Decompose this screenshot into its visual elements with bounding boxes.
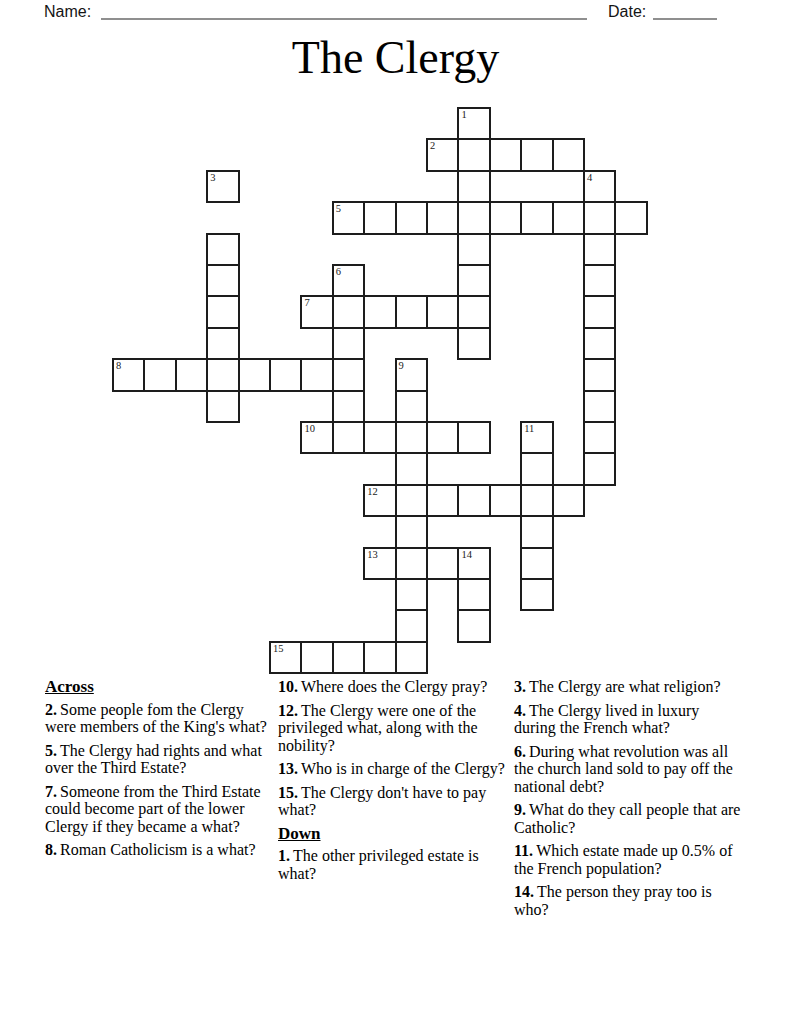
grid-cell-r7c11[interactable] bbox=[457, 327, 490, 360]
clue-down-9: 9.What do they call people that are Cath… bbox=[514, 801, 744, 836]
clue-number: 11. bbox=[514, 842, 533, 859]
grid-cell-r1c10[interactable]: 2 bbox=[426, 138, 459, 171]
grid-cell-r6c15[interactable] bbox=[583, 295, 616, 328]
grid-cell-r4c11[interactable] bbox=[457, 233, 490, 266]
grid-cell-r8c1[interactable] bbox=[143, 358, 176, 391]
clue-number: 3. bbox=[514, 678, 526, 695]
clue-text: Roman Catholicism is a what? bbox=[60, 841, 256, 858]
grid-cell-r10c7[interactable] bbox=[332, 421, 365, 454]
grid-cell-r10c13[interactable]: 11 bbox=[520, 421, 553, 454]
cell-number-8: 8 bbox=[116, 359, 121, 372]
grid-cell-r1c13[interactable] bbox=[520, 138, 553, 171]
clue-across-2: 2.Some people fom the Clergy were member… bbox=[45, 701, 269, 736]
clue-text: During what revolution was all the churc… bbox=[514, 743, 733, 795]
grid-cell-r15c11[interactable] bbox=[457, 578, 490, 611]
clue-text: Who is in charge of the Clergy? bbox=[301, 760, 505, 777]
grid-cell-r6c9[interactable] bbox=[395, 295, 428, 328]
grid-cell-r8c3[interactable] bbox=[206, 358, 239, 391]
clue-text: Which estate made up 0.5% of the French … bbox=[514, 842, 733, 877]
date-label: Date: bbox=[608, 3, 646, 21]
grid-cell-r5c11[interactable] bbox=[457, 264, 490, 297]
grid-cell-r16c9[interactable] bbox=[395, 609, 428, 642]
clue-down-11: 11.Which estate made up 0.5% of the Fren… bbox=[514, 842, 744, 877]
clue-number: 2. bbox=[45, 701, 57, 718]
grid-cell-r10c15[interactable] bbox=[583, 421, 616, 454]
grid-cell-r14c13[interactable] bbox=[520, 547, 553, 580]
grid-cell-r7c15[interactable] bbox=[583, 327, 616, 360]
cell-number-15: 15 bbox=[273, 642, 284, 655]
clue-text: The Clergy had rights and what over the … bbox=[45, 742, 262, 777]
cell-number-7: 7 bbox=[304, 296, 309, 309]
clue-down-3: 3.The Clergy are what religion? bbox=[514, 678, 744, 696]
grid-cell-r11c15[interactable] bbox=[583, 452, 616, 485]
name-blank-line[interactable] bbox=[101, 1, 587, 20]
grid-cell-r8c0[interactable]: 8 bbox=[112, 358, 145, 391]
grid-cell-r10c8[interactable] bbox=[363, 421, 396, 454]
cell-number-12: 12 bbox=[367, 485, 378, 498]
grid-cell-r8c7[interactable] bbox=[332, 358, 365, 391]
grid-cell-r10c9[interactable] bbox=[395, 421, 428, 454]
grid-cell-r3c12[interactable] bbox=[489, 201, 522, 234]
grid-cell-r3c8[interactable] bbox=[363, 201, 396, 234]
grid-cell-r14c9[interactable] bbox=[395, 547, 428, 580]
grid-cell-r5c15[interactable] bbox=[583, 264, 616, 297]
clue-number: 8. bbox=[45, 841, 57, 858]
cell-number-5: 5 bbox=[336, 202, 341, 215]
clue-text: The Clergy are what religion? bbox=[529, 678, 721, 695]
grid-cell-r10c10[interactable] bbox=[426, 421, 459, 454]
clue-down-6: 6.During what revolution was all the chu… bbox=[514, 743, 744, 796]
grid-cell-r17c7[interactable] bbox=[332, 641, 365, 674]
cell-number-14: 14 bbox=[461, 548, 472, 561]
grid-cell-r1c11[interactable] bbox=[457, 138, 490, 171]
grid-cell-r5c7[interactable]: 6 bbox=[332, 264, 365, 297]
clue-across-10: 10.Where does the Clergy pray? bbox=[278, 678, 512, 696]
grid-cell-r8c15[interactable] bbox=[583, 358, 616, 391]
grid-cell-r3c7[interactable]: 5 bbox=[332, 201, 365, 234]
clue-text: The Clergy don't have to pay what? bbox=[278, 784, 486, 819]
grid-cell-r6c3[interactable] bbox=[206, 295, 239, 328]
clue-column-1: Across 2.Some people fom the Clergy were… bbox=[45, 678, 269, 865]
cell-number-11: 11 bbox=[524, 422, 534, 435]
cell-number-2: 2 bbox=[430, 139, 435, 152]
grid-cell-r6c6[interactable]: 7 bbox=[300, 295, 333, 328]
clue-number: 6. bbox=[514, 743, 526, 760]
clue-number: 5. bbox=[45, 742, 57, 759]
clue-number: 13. bbox=[278, 760, 298, 777]
grid-cell-r6c8[interactable] bbox=[363, 295, 396, 328]
puzzle-title: The Clergy bbox=[0, 33, 791, 83]
grid-cell-r11c13[interactable] bbox=[520, 452, 553, 485]
grid-cell-r15c13[interactable] bbox=[520, 578, 553, 611]
grid-cell-r16c11[interactable] bbox=[457, 609, 490, 642]
grid-cell-r17c9[interactable] bbox=[395, 641, 428, 674]
across-heading: Across bbox=[45, 678, 269, 696]
cell-number-3: 3 bbox=[210, 171, 215, 184]
clue-down-14: 14.The person they pray too is who? bbox=[514, 883, 744, 918]
clue-column-3: 3.The Clergy are what religion? 4.The Cl… bbox=[514, 678, 744, 924]
grid-cell-r13c9[interactable] bbox=[395, 515, 428, 548]
grid-cell-r12c14[interactable] bbox=[552, 484, 585, 517]
grid-cell-r12c11[interactable] bbox=[457, 484, 490, 517]
grid-cell-r8c5[interactable] bbox=[269, 358, 302, 391]
grid-cell-r7c3[interactable] bbox=[206, 327, 239, 360]
cell-number-10: 10 bbox=[304, 422, 315, 435]
grid-cell-r12c12[interactable] bbox=[489, 484, 522, 517]
grid-cell-r6c7[interactable] bbox=[332, 295, 365, 328]
grid-cell-r1c14[interactable] bbox=[552, 138, 585, 171]
grid-cell-r9c15[interactable] bbox=[583, 390, 616, 423]
grid-cell-r10c6[interactable]: 10 bbox=[300, 421, 333, 454]
clue-number: 9. bbox=[514, 801, 526, 818]
grid-cell-r0c11[interactable]: 1 bbox=[457, 107, 490, 140]
grid-cell-r4c15[interactable] bbox=[583, 233, 616, 266]
grid-cell-r6c10[interactable] bbox=[426, 295, 459, 328]
down-heading: Down bbox=[278, 825, 512, 843]
clue-number: 4. bbox=[514, 702, 526, 719]
clue-across-5: 5.The Clergy had rights and what over th… bbox=[45, 742, 269, 777]
grid-cell-r9c3[interactable] bbox=[206, 390, 239, 423]
clue-text: The person they pray too is who? bbox=[514, 883, 712, 918]
clue-across-7: 7.Someone from the Third Estate could be… bbox=[45, 783, 269, 836]
cell-number-6: 6 bbox=[336, 265, 341, 278]
cell-number-13: 13 bbox=[367, 548, 378, 561]
grid-cell-r12c8[interactable]: 12 bbox=[363, 484, 396, 517]
clue-text: The Clergy were one of the privileged wh… bbox=[278, 702, 478, 754]
grid-cell-r12c13[interactable] bbox=[520, 484, 553, 517]
clue-number: 12. bbox=[278, 702, 298, 719]
grid-cell-r4c3[interactable] bbox=[206, 233, 239, 266]
grid-cell-r5c3[interactable] bbox=[206, 264, 239, 297]
clue-column-2: 10.Where does the Clergy pray? 12.The Cl… bbox=[278, 678, 512, 888]
grid-cell-r1c12[interactable] bbox=[489, 138, 522, 171]
grid-cell-r17c8[interactable] bbox=[363, 641, 396, 674]
cell-number-9: 9 bbox=[399, 359, 404, 372]
clue-across-15: 15.The Clergy don't have to pay what? bbox=[278, 784, 512, 819]
grid-cell-r3c10[interactable] bbox=[426, 201, 459, 234]
name-label: Name: bbox=[44, 3, 91, 21]
grid-cell-r14c10[interactable] bbox=[426, 547, 459, 580]
clue-number: 14. bbox=[514, 883, 534, 900]
grid-cell-r3c14[interactable] bbox=[552, 201, 585, 234]
grid-cell-r8c2[interactable] bbox=[175, 358, 208, 391]
date-blank-line[interactable] bbox=[653, 1, 717, 20]
grid-cell-r17c5[interactable]: 15 bbox=[269, 641, 302, 674]
clue-text: Where does the Clergy pray? bbox=[301, 678, 487, 695]
clue-text: Some people fom the Clergy were members … bbox=[45, 701, 267, 736]
cell-number-1: 1 bbox=[461, 108, 466, 121]
clue-across-8: 8.Roman Catholicism is a what? bbox=[45, 841, 269, 859]
clue-across-13: 13.Who is in charge of the Clergy? bbox=[278, 760, 512, 778]
clue-number: 10. bbox=[278, 678, 298, 695]
clue-text: What do they call people that are Cathol… bbox=[514, 801, 740, 836]
grid-cell-r13c13[interactable] bbox=[520, 515, 553, 548]
clue-text: The Clergy lived in luxury during the Fr… bbox=[514, 702, 699, 737]
grid-cell-r9c7[interactable] bbox=[332, 390, 365, 423]
grid-cell-r2c11[interactable] bbox=[457, 170, 490, 203]
grid-cell-r8c9[interactable]: 9 bbox=[395, 358, 428, 391]
grid-cell-r2c15[interactable]: 4 bbox=[583, 170, 616, 203]
grid-cell-r10c11[interactable] bbox=[457, 421, 490, 454]
grid-cell-r3c9[interactable] bbox=[395, 201, 428, 234]
clue-number: 15. bbox=[278, 784, 298, 801]
clue-across-12: 12.The Clergy were one of the privileged… bbox=[278, 702, 512, 755]
grid-cell-r6c11[interactable] bbox=[457, 295, 490, 328]
grid-cell-r3c11[interactable] bbox=[457, 201, 490, 234]
grid-cell-r12c9[interactable] bbox=[395, 484, 428, 517]
grid-cell-r9c9[interactable] bbox=[395, 390, 428, 423]
clue-text: The other privileged estate is what? bbox=[278, 847, 479, 882]
clue-number: 7. bbox=[45, 783, 57, 800]
grid-cell-r15c9[interactable] bbox=[395, 578, 428, 611]
grid-cell-r8c6[interactable] bbox=[300, 358, 333, 391]
grid-cell-r7c7[interactable] bbox=[332, 327, 365, 360]
grid-cell-r3c13[interactable] bbox=[520, 201, 553, 234]
grid-cell-r3c16[interactable] bbox=[614, 201, 647, 234]
clue-down-1: 1.The other privileged estate is what? bbox=[278, 847, 512, 882]
grid-cell-r14c8[interactable]: 13 bbox=[363, 547, 396, 580]
clue-number: 1. bbox=[278, 847, 290, 864]
cell-number-4: 4 bbox=[587, 171, 592, 184]
grid-cell-r11c9[interactable] bbox=[395, 452, 428, 485]
grid-cell-r17c6[interactable] bbox=[300, 641, 333, 674]
grid-cell-r2c3[interactable]: 3 bbox=[206, 170, 239, 203]
grid-cell-r14c11[interactable]: 14 bbox=[457, 547, 490, 580]
grid-cell-r12c10[interactable] bbox=[426, 484, 459, 517]
clue-down-4: 4.The Clergy lived in luxury during the … bbox=[514, 702, 744, 737]
clue-text: Someone from the Third Estate could beco… bbox=[45, 783, 261, 835]
grid-cell-r3c15[interactable] bbox=[583, 201, 616, 234]
grid-cell-r8c4[interactable] bbox=[238, 358, 271, 391]
